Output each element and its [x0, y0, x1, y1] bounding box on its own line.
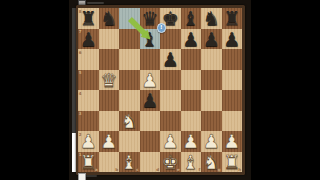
square-h8[interactable]: ♜	[222, 8, 243, 29]
square-g8[interactable]: ♞	[201, 8, 222, 29]
black-pawn-a7[interactable]: ♟	[78, 29, 99, 50]
square-d6[interactable]	[140, 49, 161, 70]
white-bishop-c1[interactable]: ♝	[119, 152, 140, 173]
square-d2[interactable]	[140, 131, 161, 152]
black-knight-g8[interactable]: ♞	[201, 8, 222, 29]
white-pawn-f2[interactable]: ♟	[181, 131, 202, 152]
square-h1[interactable]: h♜	[222, 152, 243, 173]
square-d3[interactable]	[140, 111, 161, 132]
file-label-c: c	[136, 167, 138, 172]
rank-label-6: 6	[79, 50, 82, 55]
square-f5[interactable]	[181, 70, 202, 91]
square-b8[interactable]: ♞	[99, 8, 120, 29]
square-c7[interactable]	[119, 29, 140, 50]
square-a3[interactable]: 3	[78, 111, 99, 132]
square-h7[interactable]: ♟	[222, 29, 243, 50]
square-d7[interactable]: ♝	[140, 29, 161, 50]
square-f2[interactable]: ♟	[181, 131, 202, 152]
black-pawn-e6[interactable]: ♟	[160, 49, 181, 70]
square-g6[interactable]	[201, 49, 222, 70]
file-label-d: d	[156, 167, 159, 172]
square-a8[interactable]: 8♜	[78, 8, 99, 29]
square-d1[interactable]: d	[140, 152, 161, 173]
square-c3[interactable]: ♞	[119, 111, 140, 132]
white-pawn-a2[interactable]: ♟	[78, 131, 99, 152]
black-pawn-d4[interactable]: ♟	[140, 90, 161, 111]
black-rook-h8[interactable]: ♜	[222, 8, 243, 29]
square-a7[interactable]: 7♟	[78, 29, 99, 50]
black-pawn-h7[interactable]: ♟	[222, 29, 243, 50]
square-f7[interactable]: ♟	[181, 29, 202, 50]
square-f3[interactable]	[181, 111, 202, 132]
square-a1[interactable]: 1a♜	[78, 152, 99, 173]
square-d4[interactable]: ♟	[140, 90, 161, 111]
rank-label-8: 8	[79, 9, 82, 14]
black-pawn-g7[interactable]: ♟	[201, 29, 222, 50]
black-pawn-f7[interactable]: ♟	[181, 29, 202, 50]
white-rook-a1[interactable]: ♜	[78, 152, 99, 173]
square-h5[interactable]	[222, 70, 243, 91]
square-f8[interactable]: ♝	[181, 8, 202, 29]
rank-label-3: 3	[79, 111, 82, 116]
evaluation-bar-white-portion	[72, 133, 76, 172]
bottom-player-name	[86, 175, 97, 178]
black-bishop-d7[interactable]: ♝	[140, 29, 161, 50]
file-label-g: g	[218, 167, 221, 172]
square-h4[interactable]	[222, 90, 243, 111]
white-pawn-h2[interactable]: ♟	[222, 131, 243, 152]
rank-label-5: 5	[79, 70, 82, 75]
square-b7[interactable]	[99, 29, 120, 50]
square-g5[interactable]	[201, 70, 222, 91]
square-g2[interactable]: ♟	[201, 131, 222, 152]
square-a6[interactable]: 6	[78, 49, 99, 70]
square-b1[interactable]: b	[99, 152, 120, 173]
rank-label-2: 2	[79, 132, 82, 137]
white-pawn-e2[interactable]: ♟	[160, 131, 181, 152]
square-c2[interactable]	[119, 131, 140, 152]
square-a5[interactable]: 5	[78, 70, 99, 91]
white-king-e1[interactable]: ♚	[160, 152, 181, 173]
evaluation-bar	[72, 8, 76, 172]
square-f1[interactable]: f♝	[181, 152, 202, 173]
white-pawn-d5[interactable]: ♟	[140, 70, 161, 91]
white-knight-c3[interactable]: ♞	[119, 111, 140, 132]
square-g3[interactable]	[201, 111, 222, 132]
move-classification-badge: !	[157, 23, 167, 33]
file-label-f: f	[198, 167, 200, 172]
square-c5[interactable]	[119, 70, 140, 91]
file-label-h: h	[238, 167, 241, 172]
square-b3[interactable]	[99, 111, 120, 132]
square-c4[interactable]	[119, 90, 140, 111]
square-c1[interactable]: c♝	[119, 152, 140, 173]
white-knight-g1[interactable]: ♞	[201, 152, 222, 173]
square-d5[interactable]: ♟	[140, 70, 161, 91]
square-c8[interactable]	[119, 8, 140, 29]
square-g4[interactable]	[201, 90, 222, 111]
rank-label-1: 1	[79, 152, 82, 157]
white-bishop-f1[interactable]: ♝	[181, 152, 202, 173]
square-b5[interactable]: ♛	[99, 70, 120, 91]
square-e1[interactable]: e♚	[160, 152, 181, 173]
square-a2[interactable]: 2♟	[78, 131, 99, 152]
black-rook-a8[interactable]: ♜	[78, 8, 99, 29]
white-pawn-b2[interactable]: ♟	[99, 131, 120, 152]
square-b2[interactable]: ♟	[99, 131, 120, 152]
square-e6[interactable]: ♟	[160, 49, 181, 70]
rank-label-7: 7	[79, 29, 82, 34]
square-g7[interactable]: ♟	[201, 29, 222, 50]
square-c6[interactable]	[119, 49, 140, 70]
square-e2[interactable]: ♟	[160, 131, 181, 152]
white-pawn-g2[interactable]: ♟	[201, 131, 222, 152]
file-label-a: a	[95, 167, 98, 172]
square-a4[interactable]: 4	[78, 90, 99, 111]
bottom-player-avatar	[78, 173, 86, 180]
square-b6[interactable]	[99, 49, 120, 70]
square-f6[interactable]	[181, 49, 202, 70]
square-h2[interactable]: ♟	[222, 131, 243, 152]
square-h3[interactable]	[222, 111, 243, 132]
square-b4[interactable]	[99, 90, 120, 111]
top-player-name	[87, 2, 104, 5]
black-bishop-f8[interactable]: ♝	[181, 8, 202, 29]
square-e4[interactable]	[160, 90, 181, 111]
square-h6[interactable]	[222, 49, 243, 70]
square-g1[interactable]: g♞	[201, 152, 222, 173]
white-queen-b5[interactable]: ♛	[99, 70, 120, 91]
square-e5[interactable]	[160, 70, 181, 91]
file-label-b: b	[115, 167, 118, 172]
video-frame: 8♜♞♛♚♝♞♜7♟♝♟♟♟6♟5♛♟4♟3♞2♟♟♟♟♟♟1a♜bc♝de♚f…	[0, 0, 320, 180]
chess-board[interactable]: 8♜♞♛♚♝♞♜7♟♝♟♟♟6♟5♛♟4♟3♞2♟♟♟♟♟♟1a♜bc♝de♚f…	[78, 8, 242, 172]
rank-label-4: 4	[79, 91, 82, 96]
square-f4[interactable]	[181, 90, 202, 111]
file-label-e: e	[177, 167, 180, 172]
square-e3[interactable]	[160, 111, 181, 132]
white-rook-h1[interactable]: ♜	[222, 152, 243, 173]
black-knight-b8[interactable]: ♞	[99, 8, 120, 29]
